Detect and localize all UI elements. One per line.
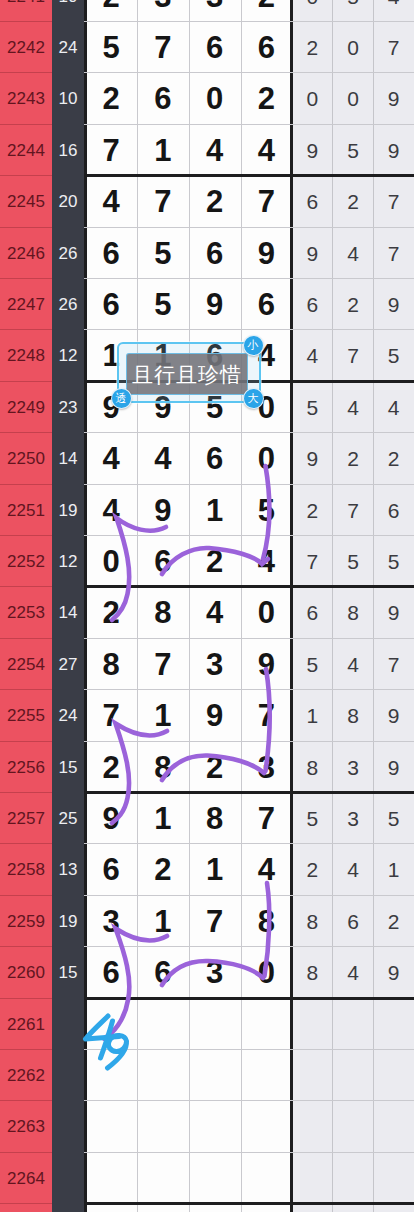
front-digit-cell: 3 [189,0,241,22]
back-digit-cell: 9 [373,947,414,998]
chart-row: 2254278739547 [0,639,414,690]
chart-row: 2247266596629 [0,279,414,330]
back-digit-cell: 8 [333,690,374,741]
resize-smaller-handle[interactable]: 小 [243,335,264,356]
chart-row: 2260156630849 [0,947,414,998]
sum-cell [52,1153,84,1204]
back-digit-cell: 0 [292,73,333,124]
front-digit-cell: 4 [189,587,241,638]
back-digit-cell: 9 [292,433,333,484]
period-cell: 2252 [0,536,52,587]
chart-row: 2245204727627 [0,176,414,227]
front-digit-cell: 7 [137,639,189,690]
back-digit-cell: 8 [292,947,333,998]
period-cell: 2259 [0,896,52,947]
sum-cell: 13 [52,844,84,895]
chart-row: 2258136214241 [0,844,414,895]
back-digit-cell: 2 [292,485,333,536]
back-digit-cell: 9 [373,742,414,793]
back-digit-cell: 9 [292,125,333,176]
front-digit-cell: 5 [240,485,292,536]
back-digit-cell: 3 [333,793,374,844]
front-digit-cell: 8 [85,639,137,690]
back-digit-cell: 7 [292,536,333,587]
sum-cell: 10 [52,73,84,124]
lottery-trend-chart-screen[interactable]: 2241102332054224224576620722431026020092… [0,0,414,1212]
front-digit-cell [85,1153,137,1204]
front-digit-cell: 6 [137,947,189,998]
front-digit-cell [137,1153,189,1204]
front-digit-cell: 0 [85,536,137,587]
back-digit-cell: 6 [292,587,333,638]
front-digit-cell: 9 [85,793,137,844]
sum-cell: 23 [52,382,84,433]
chart-row: 2242245766207 [0,22,414,73]
sum-cell [52,1101,84,1152]
front-digit-cell: 4 [85,433,137,484]
chart-row: 2255247197189 [0,690,414,741]
back-digit-cell: 8 [292,742,333,793]
back-digit-cell: 2 [373,433,414,484]
front-digit-cell [85,999,137,1050]
sum-cell: 12 [52,330,84,381]
sum-cell: 25 [52,793,84,844]
front-digit-cell: 3 [137,0,189,22]
back-digit-cell [333,1101,374,1152]
back-digit-cell: 2 [292,22,333,73]
back-digit-cell: 5 [373,536,414,587]
sum-cell [52,1050,84,1101]
back-digit-cell [333,1050,374,1101]
period-cell: 2253 [0,587,52,638]
front-digit-cell: 1 [137,793,189,844]
sum-cell: 27 [52,639,84,690]
back-digit-cell: 2 [373,896,414,947]
front-digit-cell: 4 [137,433,189,484]
sum-cell [52,999,84,1050]
chart-row: 2243102602009 [0,73,414,124]
back-digit-cell: 2 [333,176,374,227]
front-digit-cell: 9 [189,690,241,741]
front-digit-cell: 7 [85,125,137,176]
chart-row: 2244167144959 [0,125,414,176]
period-cell: 2263 [0,1101,52,1152]
front-digit-cell: 0 [240,587,292,638]
back-digit-cell [373,1050,414,1101]
front-digit-cell: 7 [85,690,137,741]
front-digit-cell: 7 [189,896,241,947]
period-cell: 2241 [0,0,52,22]
front-digit-cell: 4 [240,844,292,895]
back-digit-cell [333,1153,374,1204]
chart-row: 2257259187535 [0,793,414,844]
front-digit-cell: 3 [189,639,241,690]
back-digit-cell: 0 [333,22,374,73]
front-digit-cell: 2 [85,587,137,638]
back-digit-cell: 4 [373,382,414,433]
back-digit-cell [292,1153,333,1204]
front-digit-cell: 0 [240,947,292,998]
sum-cell: 20 [52,176,84,227]
chart-row: 2252120624755 [0,536,414,587]
period-cell: 2249 [0,382,52,433]
period-cell: 2243 [0,73,52,124]
sum-cell: 19 [52,485,84,536]
period-cell: 2250 [0,433,52,484]
back-digit-cell: 2 [333,433,374,484]
front-digit-cell: 2 [240,73,292,124]
back-digit-cell: 2 [292,844,333,895]
front-digit-cell: 2 [189,742,241,793]
period-cell: 2244 [0,125,52,176]
back-digit-cell: 5 [333,0,374,22]
back-digit-cell [373,999,414,1050]
front-digit-cell: 8 [137,587,189,638]
period-cell: 2255 [0,690,52,741]
sum-cell: 16 [52,125,84,176]
chart-rows: 2241102332054224224576620722431026020092… [0,0,414,1212]
sum-cell: 15 [52,947,84,998]
back-digit-cell: 8 [333,587,374,638]
front-digit-cell: 5 [137,279,189,330]
front-digit-cell [137,1050,189,1101]
front-digit-cell: 4 [85,176,137,227]
period-cell: 2247 [0,279,52,330]
front-digit-cell: 9 [137,485,189,536]
front-digit-cell: 2 [85,742,137,793]
chart-row: 2241102332054 [0,0,414,22]
back-digit-cell: 0 [292,0,333,22]
back-digit-cell: 9 [373,690,414,741]
front-digit-cell: 1 [189,485,241,536]
front-digit-cell [137,999,189,1050]
front-digit-cell: 1 [189,844,241,895]
front-digit-cell: 3 [85,896,137,947]
front-digit-cell: 6 [85,947,137,998]
back-digit-cell: 5 [292,382,333,433]
back-digit-cell: 5 [292,639,333,690]
front-digit-cell: 9 [240,228,292,279]
period-cell: 2245 [0,176,52,227]
front-digit-cell [85,1050,137,1101]
transparency-handle[interactable]: 透 [111,388,132,409]
front-digit-cell: 4 [189,125,241,176]
sum-cell: 24 [52,690,84,741]
chart-row: 2246266569947 [0,228,414,279]
front-digit-cell: 6 [240,279,292,330]
front-digit-cell: 7 [137,176,189,227]
back-digit-cell: 7 [333,330,374,381]
back-digit-cell: 3 [333,742,374,793]
back-digit-cell: 9 [373,125,414,176]
front-digit-cell: 2 [85,0,137,22]
period-cell: 2248 [0,330,52,381]
back-digit-cell: 9 [373,587,414,638]
period-cell: 2254 [0,639,52,690]
front-digit-cell: 1 [137,125,189,176]
front-digit-cell [137,1101,189,1152]
sum-cell: 14 [52,587,84,638]
period-cell: 2260 [0,947,52,998]
chart-row: 2250144460922 [0,433,414,484]
back-digit-cell: 1 [292,690,333,741]
chart-row: 2261 [0,999,414,1050]
text-sticker[interactable]: 且行且珍惜 [126,353,248,395]
back-digit-cell: 9 [373,73,414,124]
chart-row: 2259193178862 [0,896,414,947]
front-digit-cell: 0 [189,73,241,124]
back-digit-cell: 4 [333,382,374,433]
sum-cell: 26 [52,228,84,279]
chart-row: 2251194915276 [0,485,414,536]
front-digit-cell: 3 [240,742,292,793]
period-cell: 2246 [0,228,52,279]
period-cell: 2258 [0,844,52,895]
front-digit-cell: 4 [240,125,292,176]
front-digit-cell [85,1101,137,1152]
back-digit-cell [292,1101,333,1152]
back-digit-cell: 9 [292,228,333,279]
period-cell: 2251 [0,485,52,536]
back-digit-cell [333,999,374,1050]
front-digit-cell: 6 [240,22,292,73]
back-digit-cell: 6 [373,485,414,536]
front-digit-cell: 7 [240,690,292,741]
front-digit-cell [189,1050,241,1101]
back-digit-cell: 4 [292,330,333,381]
front-digit-cell: 2 [189,176,241,227]
back-digit-cell: 5 [292,793,333,844]
front-digit-cell: 2 [189,536,241,587]
front-digit-cell: 8 [240,896,292,947]
back-digit-cell: 4 [333,639,374,690]
front-digit-cell: 8 [189,793,241,844]
period-cell: 2242 [0,22,52,73]
period-cell: 2264 [0,1153,52,1204]
back-digit-cell: 5 [333,536,374,587]
front-digit-cell: 6 [189,433,241,484]
chart-row: 2263 [0,1101,414,1152]
chart-row: 2264 [0,1153,414,1204]
back-digit-cell: 7 [373,639,414,690]
front-digit-cell: 5 [137,228,189,279]
front-digit-cell [240,1153,292,1204]
front-digit-cell: 3 [189,947,241,998]
front-digit-cell: 6 [189,22,241,73]
front-digit-cell [240,1101,292,1152]
front-digit-cell: 2 [137,844,189,895]
back-digit-cell [292,999,333,1050]
back-digit-cell: 8 [292,896,333,947]
back-digit-cell: 7 [373,22,414,73]
back-digit-cell: 5 [333,125,374,176]
front-digit-cell: 7 [137,22,189,73]
back-digit-cell [373,1101,414,1152]
period-cell: 2256 [0,742,52,793]
chart-row: 2256152823839 [0,742,414,793]
front-digit-cell: 9 [240,639,292,690]
back-digit-cell: 6 [292,279,333,330]
back-digit-cell: 9 [373,279,414,330]
back-digit-cell: 5 [373,330,414,381]
back-digit-cell [292,1050,333,1101]
period-cell: 2261 [0,999,52,1050]
back-digit-cell: 4 [333,228,374,279]
front-digit-cell: 6 [189,228,241,279]
front-digit-cell: 0 [240,433,292,484]
back-digit-cell: 5 [373,793,414,844]
period-cell: 2262 [0,1050,52,1101]
front-digit-cell: 7 [240,793,292,844]
chart-row: 2262 [0,1050,414,1101]
front-digit-cell: 2 [85,73,137,124]
front-digit-cell: 6 [85,279,137,330]
period-cell: 2257 [0,793,52,844]
front-digit-cell [189,1153,241,1204]
back-digit-cell: 7 [373,228,414,279]
front-digit-cell: 4 [240,536,292,587]
back-digit-cell: 4 [373,0,414,22]
front-digit-cell: 6 [85,228,137,279]
sum-cell: 14 [52,433,84,484]
front-digit-cell: 1 [137,690,189,741]
sum-cell: 24 [52,22,84,73]
back-digit-cell: 1 [373,844,414,895]
back-digit-cell: 4 [333,844,374,895]
sum-cell: 26 [52,279,84,330]
back-digit-cell: 7 [373,176,414,227]
back-digit-cell: 0 [333,73,374,124]
chart-row: 2253142840689 [0,587,414,638]
front-digit-cell [189,999,241,1050]
back-digit-cell: 2 [333,279,374,330]
resize-larger-handle[interactable]: 大 [243,388,264,409]
front-digit-cell: 8 [137,742,189,793]
front-digit-cell: 6 [85,844,137,895]
sum-cell: 19 [52,896,84,947]
back-digit-cell: 7 [333,485,374,536]
front-digit-cell: 1 [137,896,189,947]
front-digit-cell: 7 [240,176,292,227]
front-digit-cell: 4 [85,485,137,536]
back-digit-cell: 6 [292,176,333,227]
sum-cell: 12 [52,536,84,587]
sum-cell: 15 [52,742,84,793]
front-digit-cell: 5 [85,22,137,73]
front-digit-cell [189,1101,241,1152]
front-digit-cell: 6 [137,73,189,124]
back-digit-cell: 6 [333,896,374,947]
back-digit-cell: 4 [333,947,374,998]
front-digit-cell [240,999,292,1050]
back-digit-cell [373,1153,414,1204]
front-digit-cell [240,1050,292,1101]
sum-cell: 10 [52,0,84,22]
front-digit-cell: 6 [137,536,189,587]
front-digit-cell: 2 [240,0,292,22]
front-digit-cell: 9 [189,279,241,330]
